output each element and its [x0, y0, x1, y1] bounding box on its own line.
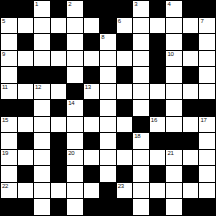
- cell-r10c1[interactable]: 19: [1, 150, 17, 166]
- cell-r11c11[interactable]: [166, 166, 182, 182]
- cell-r4c13[interactable]: [199, 51, 215, 67]
- cell-r3c11[interactable]: [166, 34, 182, 50]
- clue-number-12: 12: [35, 84, 41, 91]
- clue-number-16: 16: [151, 117, 157, 124]
- black-cell-r13c7: [100, 199, 116, 215]
- black-cell-r1c12: [183, 1, 199, 17]
- black-cell-r9c2: [18, 133, 34, 149]
- black-cell-r13c6: [84, 199, 100, 215]
- cell-r4c8[interactable]: [117, 51, 133, 67]
- cell-r13c11[interactable]: [166, 199, 182, 215]
- black-cell-r1c8: [117, 1, 133, 17]
- cell-r11c5[interactable]: [67, 166, 83, 182]
- cell-r10c5[interactable]: 20: [67, 150, 83, 166]
- black-cell-r2c7: [100, 18, 116, 34]
- cell-r5c13[interactable]: [199, 67, 215, 83]
- cell-r12c12[interactable]: [183, 183, 199, 199]
- cell-r8c5[interactable]: [67, 117, 83, 133]
- black-cell-r13c4: [51, 199, 67, 215]
- cell-r10c3[interactable]: [34, 150, 50, 166]
- clue-number-11: 11: [2, 84, 8, 91]
- cell-r4c11[interactable]: 10: [166, 51, 182, 67]
- cell-r1c3[interactable]: 1: [34, 1, 50, 17]
- cell-r2c12[interactable]: [183, 18, 199, 34]
- black-cell-r3c4: [51, 34, 67, 50]
- black-cell-r5c6: [84, 67, 100, 83]
- cell-r6c11[interactable]: [166, 84, 182, 100]
- black-cell-r11c8: [117, 166, 133, 182]
- cell-r11c9[interactable]: [133, 166, 149, 182]
- black-cell-r7c2: [18, 100, 34, 116]
- cell-r5c5[interactable]: [67, 67, 83, 83]
- cell-r8c3[interactable]: [34, 117, 50, 133]
- cell-r6c3[interactable]: 12: [34, 84, 50, 100]
- cell-r1c9[interactable]: 3: [133, 1, 149, 17]
- clue-number-18: 18: [134, 133, 140, 140]
- black-cell-r3c6: [84, 34, 100, 50]
- cell-r6c2[interactable]: [18, 84, 34, 100]
- black-cell-r9c4: [51, 133, 67, 149]
- cell-r12c3[interactable]: [34, 183, 50, 199]
- clue-number-13: 13: [85, 84, 91, 91]
- cell-r4c6[interactable]: [84, 51, 100, 67]
- black-cell-r11c2: [18, 166, 34, 182]
- cell-r11c7[interactable]: [100, 166, 116, 182]
- cell-r12c11[interactable]: [166, 183, 182, 199]
- black-cell-r9c12: [183, 133, 199, 149]
- black-cell-r10c4: [51, 150, 67, 166]
- cell-r4c5[interactable]: [67, 51, 83, 67]
- cell-r5c1[interactable]: [1, 67, 17, 83]
- black-cell-r6c5: [67, 84, 83, 100]
- cell-r7c7[interactable]: [100, 100, 116, 116]
- cell-r10c10[interactable]: [150, 150, 166, 166]
- cell-r2c3[interactable]: [34, 18, 50, 34]
- cell-r6c6[interactable]: 13: [84, 84, 100, 100]
- clue-number-1: 1: [35, 1, 38, 8]
- cell-r2c5[interactable]: [67, 18, 83, 34]
- black-cell-r9c11: [166, 133, 182, 149]
- cell-r1c11[interactable]: 4: [166, 1, 182, 17]
- cell-r10c12[interactable]: [183, 150, 199, 166]
- black-cell-r7c10: [150, 100, 166, 116]
- cell-r4c2[interactable]: [18, 51, 34, 67]
- cell-r2c10[interactable]: [150, 18, 166, 34]
- black-cell-r13c13: [199, 199, 215, 215]
- cell-r12c8[interactable]: 23: [117, 183, 133, 199]
- clue-number-8: 8: [101, 34, 104, 41]
- black-cell-r9c8: [117, 133, 133, 149]
- cell-r4c1[interactable]: 9: [1, 51, 17, 67]
- black-cell-r5c8: [117, 67, 133, 83]
- cell-r10c13[interactable]: [199, 150, 215, 166]
- cell-r7c5[interactable]: 14: [67, 100, 83, 116]
- black-cell-r11c10: [150, 166, 166, 182]
- cell-r8c10[interactable]: 16: [150, 117, 166, 133]
- cell-r3c1[interactable]: [1, 34, 17, 50]
- cell-r3c3[interactable]: [34, 34, 50, 50]
- clue-number-9: 9: [2, 51, 5, 58]
- cell-r11c3[interactable]: [34, 166, 50, 182]
- cell-r2c2[interactable]: [18, 18, 34, 34]
- clue-number-2: 2: [68, 1, 71, 8]
- black-cell-r7c6: [84, 100, 100, 116]
- black-cell-r5c3: [34, 67, 50, 83]
- clue-number-20: 20: [68, 150, 74, 157]
- cell-r6c4[interactable]: [51, 84, 67, 100]
- black-cell-r7c13: [199, 100, 215, 116]
- crossword-board: 1234567891011121314151617181920212223: [0, 0, 216, 216]
- black-cell-r13c1: [1, 199, 17, 215]
- black-cell-r4c10: [150, 51, 166, 67]
- cell-r1c5[interactable]: 2: [67, 1, 83, 17]
- cell-r7c9[interactable]: [133, 100, 149, 116]
- cell-r3c13[interactable]: [199, 34, 215, 50]
- cell-r11c1[interactable]: [1, 166, 17, 182]
- cell-r6c1[interactable]: 11: [1, 84, 17, 100]
- cell-r6c9[interactable]: [133, 84, 149, 100]
- cell-r7c11[interactable]: [166, 100, 182, 116]
- black-cell-r9c10: [150, 133, 166, 149]
- cell-r12c9[interactable]: [133, 183, 149, 199]
- cell-r2c4[interactable]: [51, 18, 67, 34]
- cell-r9c5[interactable]: [67, 133, 83, 149]
- cell-r6c13[interactable]: [199, 84, 215, 100]
- black-cell-r1c10: [150, 1, 166, 17]
- cell-r13c5[interactable]: [67, 199, 83, 215]
- cell-r2c9[interactable]: [133, 18, 149, 34]
- black-cell-r3c10: [150, 34, 166, 50]
- cell-r13c3[interactable]: [34, 199, 50, 215]
- black-cell-r3c2: [18, 34, 34, 50]
- black-cell-r5c12: [183, 67, 199, 83]
- black-cell-r11c6: [84, 166, 100, 182]
- clue-number-21: 21: [167, 150, 173, 157]
- cell-r4c12[interactable]: [183, 51, 199, 67]
- cell-r10c8[interactable]: [117, 150, 133, 166]
- black-cell-r7c4: [51, 100, 67, 116]
- cell-r6c12[interactable]: [183, 84, 199, 100]
- black-cell-r5c4: [51, 67, 67, 83]
- cell-r2c1[interactable]: 5: [1, 18, 17, 34]
- cell-r8c7[interactable]: [100, 117, 116, 133]
- cell-r6c7[interactable]: [100, 84, 116, 100]
- cell-r3c7[interactable]: 8: [100, 34, 116, 50]
- black-cell-r9c6: [84, 133, 100, 149]
- black-cell-r3c8: [117, 34, 133, 50]
- cell-r6c10[interactable]: [150, 84, 166, 100]
- cell-r9c9[interactable]: 18: [133, 133, 149, 149]
- cell-r12c4[interactable]: [51, 183, 67, 199]
- clue-number-7: 7: [200, 18, 203, 25]
- cell-r9c3[interactable]: [34, 133, 50, 149]
- cell-r3c9[interactable]: [133, 34, 149, 50]
- cell-r3c5[interactable]: [67, 34, 83, 50]
- cell-r4c9[interactable]: [133, 51, 149, 67]
- black-cell-r7c12: [183, 100, 199, 116]
- cell-r10c2[interactable]: [18, 150, 34, 166]
- black-cell-r13c8: [117, 199, 133, 215]
- cell-r12c5[interactable]: [67, 183, 83, 199]
- black-cell-r7c8: [117, 100, 133, 116]
- clue-number-6: 6: [118, 18, 121, 25]
- clue-number-22: 22: [2, 183, 8, 190]
- clue-number-10: 10: [167, 51, 173, 58]
- cell-r4c3[interactable]: [34, 51, 50, 67]
- cell-r12c6[interactable]: [84, 183, 100, 199]
- black-cell-r13c2: [18, 199, 34, 215]
- black-cell-r8c9: [133, 117, 149, 133]
- cell-r7c3[interactable]: [34, 100, 50, 116]
- black-cell-r1c13: [199, 1, 215, 17]
- black-cell-r13c12: [183, 199, 199, 215]
- cell-r10c7[interactable]: [100, 150, 116, 166]
- cell-r12c10[interactable]: [150, 183, 166, 199]
- cell-r4c4[interactable]: [51, 51, 67, 67]
- cell-r8c12[interactable]: [183, 117, 199, 133]
- cell-r5c7[interactable]: [100, 67, 116, 83]
- cell-r2c6[interactable]: [84, 18, 100, 34]
- black-cell-r1c6: [84, 1, 100, 17]
- cell-r12c1[interactable]: 22: [1, 183, 17, 199]
- cell-r8c4[interactable]: [51, 117, 67, 133]
- cell-r13c9[interactable]: [133, 199, 149, 215]
- cell-r8c2[interactable]: [18, 117, 34, 133]
- cell-r8c6[interactable]: [84, 117, 100, 133]
- black-cell-r13c10: [150, 199, 166, 215]
- clue-number-15: 15: [2, 117, 8, 124]
- cell-r12c2[interactable]: [18, 183, 34, 199]
- cell-r5c11[interactable]: [166, 67, 182, 83]
- black-cell-r5c2: [18, 67, 34, 83]
- black-cell-r1c2: [18, 1, 34, 17]
- black-cell-r5c10: [150, 67, 166, 83]
- black-cell-r7c1: [1, 100, 17, 116]
- cell-r8c1[interactable]: 15: [1, 117, 17, 133]
- cell-r8c8[interactable]: [117, 117, 133, 133]
- cell-r8c13[interactable]: 17: [199, 117, 215, 133]
- cell-r9c1[interactable]: [1, 133, 17, 149]
- cell-r2c11[interactable]: [166, 18, 182, 34]
- black-cell-r3c12: [183, 34, 199, 50]
- cell-r6c8[interactable]: [117, 84, 133, 100]
- black-cell-r1c4: [51, 1, 67, 17]
- clue-number-17: 17: [200, 117, 206, 124]
- cell-r11c13[interactable]: [199, 166, 215, 182]
- black-cell-r12c7: [100, 183, 116, 199]
- cell-r10c9[interactable]: [133, 150, 149, 166]
- cell-r2c8[interactable]: 6: [117, 18, 133, 34]
- cell-r10c6[interactable]: [84, 150, 100, 166]
- cell-r10c11[interactable]: 21: [166, 150, 182, 166]
- black-cell-r11c4: [51, 166, 67, 182]
- clue-number-14: 14: [68, 100, 74, 107]
- clue-number-3: 3: [134, 1, 137, 8]
- clue-number-5: 5: [2, 18, 5, 25]
- clue-number-19: 19: [2, 150, 8, 157]
- black-cell-r11c12: [183, 166, 199, 182]
- black-cell-r1c1: [1, 1, 17, 17]
- cell-r9c7[interactable]: [100, 133, 116, 149]
- clue-number-4: 4: [167, 1, 170, 8]
- black-cell-r1c7: [100, 1, 116, 17]
- cell-r9c13[interactable]: [199, 133, 215, 149]
- clue-number-23: 23: [118, 183, 124, 190]
- cell-r2c13[interactable]: 7: [199, 18, 215, 34]
- cell-r8c11[interactable]: [166, 117, 182, 133]
- cell-r5c9[interactable]: [133, 67, 149, 83]
- cell-r4c7[interactable]: [100, 51, 116, 67]
- cell-r12c13[interactable]: [199, 183, 215, 199]
